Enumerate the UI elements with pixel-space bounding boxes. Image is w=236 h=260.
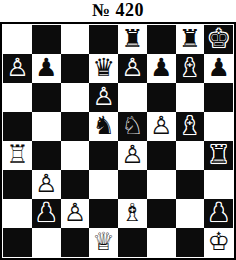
square-e2: ♗ xyxy=(118,199,147,228)
square-h5 xyxy=(204,112,233,141)
square-d8 xyxy=(89,25,118,54)
square-g5: ♝ xyxy=(176,112,205,141)
piece-white-pawn-a7: ♙ xyxy=(6,55,28,80)
square-c2: ♙ xyxy=(61,199,90,228)
square-d6: ♙ xyxy=(89,83,118,112)
piece-white-pawn-c2: ♙ xyxy=(64,200,86,225)
chess-diagram-page: № 420 ♜♜♚♙♟♛♙♟♝♟♙♞♘♙♝♖♙♜♙♟♙♗♟♕♔ xyxy=(0,0,236,260)
piece-black-rook-g8: ♜ xyxy=(179,26,201,51)
square-a7: ♙ xyxy=(3,54,32,83)
piece-white-pawn-d6: ♙ xyxy=(92,84,114,109)
square-g1 xyxy=(176,228,205,257)
square-d7: ♛ xyxy=(89,54,118,83)
square-e1 xyxy=(118,228,147,257)
square-f2 xyxy=(147,199,176,228)
piece-white-pawn-f5: ♙ xyxy=(150,113,172,138)
square-c8 xyxy=(61,25,90,54)
square-d5: ♞ xyxy=(89,112,118,141)
square-d4 xyxy=(89,141,118,170)
square-f8 xyxy=(147,25,176,54)
square-a5 xyxy=(3,112,32,141)
square-c1 xyxy=(61,228,90,257)
square-f1 xyxy=(147,228,176,257)
square-h1: ♔ xyxy=(204,228,233,257)
chess-board-grid: ♜♜♚♙♟♛♙♟♝♟♙♞♘♙♝♖♙♜♙♟♙♗♟♕♔ xyxy=(3,25,233,257)
piece-white-pawn-e7: ♙ xyxy=(121,55,143,80)
piece-white-rook-a4: ♖ xyxy=(6,142,28,167)
piece-white-bishop-e2: ♗ xyxy=(121,200,143,225)
square-g6 xyxy=(176,83,205,112)
square-g8: ♜ xyxy=(176,25,205,54)
diagram-title: № 420 xyxy=(0,0,236,22)
piece-black-knight-d5: ♞ xyxy=(92,113,114,138)
piece-black-rook-e8: ♜ xyxy=(121,26,143,51)
square-h6 xyxy=(204,83,233,112)
square-c3 xyxy=(61,170,90,199)
square-a3 xyxy=(3,170,32,199)
square-h4: ♜ xyxy=(204,141,233,170)
square-c4 xyxy=(61,141,90,170)
square-d2 xyxy=(89,199,118,228)
square-f7: ♟ xyxy=(147,54,176,83)
square-b7: ♟ xyxy=(32,54,61,83)
square-b1 xyxy=(32,228,61,257)
square-h7: ♟ xyxy=(204,54,233,83)
square-a8 xyxy=(3,25,32,54)
square-d1: ♕ xyxy=(89,228,118,257)
square-a4: ♖ xyxy=(3,141,32,170)
piece-black-queen-d7: ♛ xyxy=(92,55,114,80)
square-b6 xyxy=(32,83,61,112)
piece-black-bishop-g7: ♝ xyxy=(179,55,201,80)
square-g7: ♝ xyxy=(176,54,205,83)
square-h8: ♚ xyxy=(204,25,233,54)
piece-black-rook-h4: ♜ xyxy=(207,142,229,167)
piece-white-king-h1: ♔ xyxy=(207,229,229,254)
piece-black-king-h8: ♚ xyxy=(207,26,229,51)
piece-black-pawn-h7: ♟ xyxy=(207,55,229,80)
square-f6 xyxy=(147,83,176,112)
square-a6 xyxy=(3,83,32,112)
square-d3 xyxy=(89,170,118,199)
square-a1 xyxy=(3,228,32,257)
square-c7 xyxy=(61,54,90,83)
piece-black-pawn-h2: ♟ xyxy=(207,200,229,225)
piece-black-pawn-b2: ♟ xyxy=(35,200,57,225)
piece-white-knight-e5: ♘ xyxy=(121,113,143,138)
square-e3 xyxy=(118,170,147,199)
piece-black-pawn-b7: ♟ xyxy=(35,55,57,80)
square-g4 xyxy=(176,141,205,170)
square-e6 xyxy=(118,83,147,112)
square-h2: ♟ xyxy=(204,199,233,228)
square-f4 xyxy=(147,141,176,170)
square-e5: ♘ xyxy=(118,112,147,141)
piece-black-bishop-g5: ♝ xyxy=(179,113,201,138)
square-g2 xyxy=(176,199,205,228)
square-g3 xyxy=(176,170,205,199)
piece-white-pawn-e4: ♙ xyxy=(121,142,143,167)
square-a2 xyxy=(3,199,32,228)
square-b3: ♙ xyxy=(32,170,61,199)
square-b5 xyxy=(32,112,61,141)
square-h3 xyxy=(204,170,233,199)
chess-board: ♜♜♚♙♟♛♙♟♝♟♙♞♘♙♝♖♙♜♙♟♙♗♟♕♔ xyxy=(0,22,236,260)
square-e7: ♙ xyxy=(118,54,147,83)
square-f5: ♙ xyxy=(147,112,176,141)
square-f3 xyxy=(147,170,176,199)
piece-white-pawn-b3: ♙ xyxy=(35,171,57,196)
square-b8 xyxy=(32,25,61,54)
square-e8: ♜ xyxy=(118,25,147,54)
piece-black-pawn-f7: ♟ xyxy=(150,55,172,80)
square-b4 xyxy=(32,141,61,170)
square-e4: ♙ xyxy=(118,141,147,170)
square-c5 xyxy=(61,112,90,141)
piece-white-queen-d1: ♕ xyxy=(92,229,114,254)
square-b2: ♟ xyxy=(32,199,61,228)
square-c6 xyxy=(61,83,90,112)
